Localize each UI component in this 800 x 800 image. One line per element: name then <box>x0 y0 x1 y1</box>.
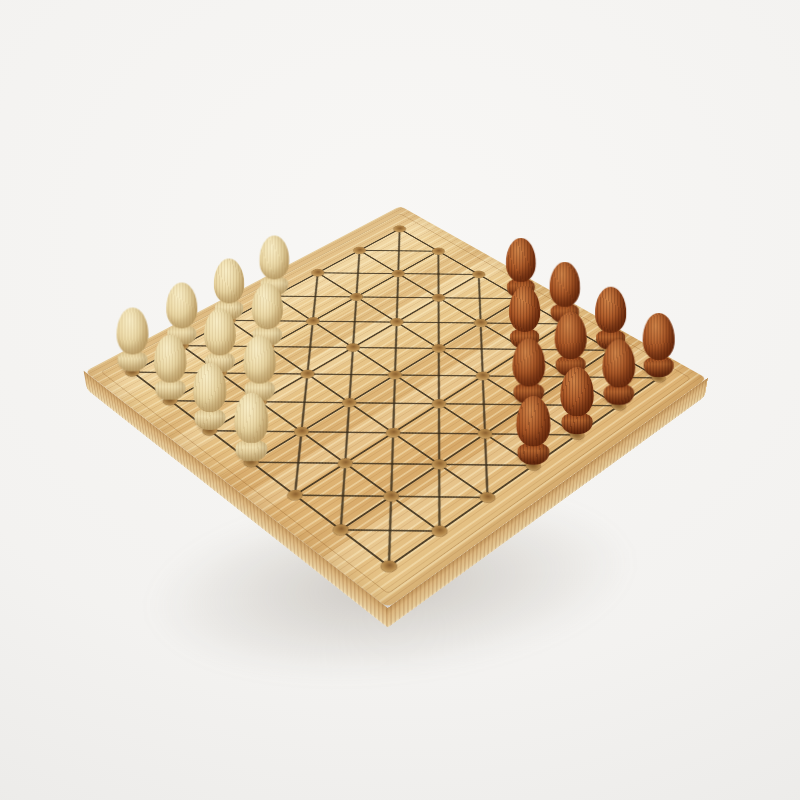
peg-head <box>509 286 540 332</box>
peg-brown[interactable] <box>555 367 599 434</box>
board-3d-stage <box>0 0 800 800</box>
peg-head <box>154 335 187 383</box>
peg-head <box>243 336 276 384</box>
peg-head <box>560 367 594 416</box>
peg-brown[interactable] <box>638 313 680 377</box>
peg-head <box>516 396 550 446</box>
peg-head <box>234 393 268 443</box>
peg-head <box>166 282 197 328</box>
peg-head <box>595 287 626 333</box>
peg-cream[interactable] <box>238 336 281 401</box>
peg-cream[interactable] <box>149 335 192 400</box>
peg-head <box>602 339 635 387</box>
peg-head <box>506 238 536 282</box>
peg-brown[interactable] <box>597 339 640 405</box>
pegs-layer <box>85 206 707 608</box>
peg-cream[interactable] <box>112 307 154 371</box>
peg-head <box>214 258 245 303</box>
peg-cream[interactable] <box>188 363 232 430</box>
peg-cream[interactable] <box>229 393 274 462</box>
peg-head <box>204 308 236 355</box>
screenshot-root: { "game": "Halma mini / two-player Chine… <box>0 0 800 800</box>
peg-head <box>259 235 289 279</box>
peg-head <box>643 313 675 360</box>
peg-head <box>549 262 580 307</box>
board-top-face <box>85 206 707 608</box>
peg-head <box>252 283 283 329</box>
peg-brown[interactable] <box>511 396 556 465</box>
peg-head <box>117 307 149 354</box>
game-board <box>85 206 707 608</box>
peg-brown[interactable] <box>507 338 550 404</box>
peg-head <box>555 312 587 359</box>
peg-head <box>512 338 545 386</box>
peg-head <box>193 363 226 412</box>
